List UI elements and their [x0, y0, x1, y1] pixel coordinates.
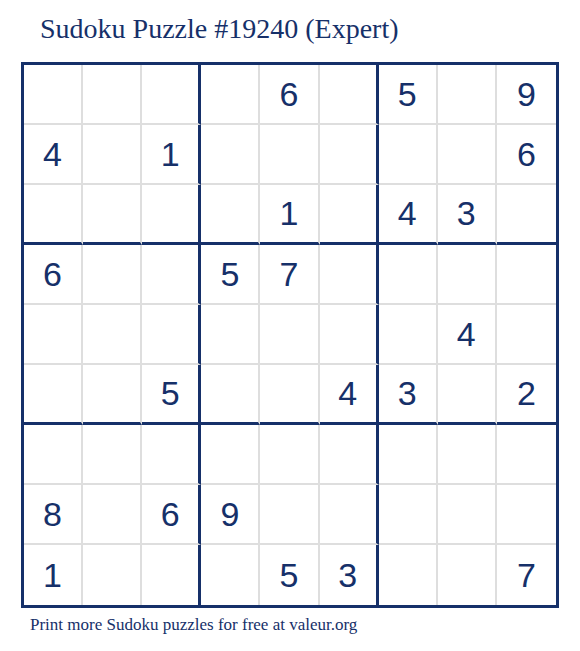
cell-r1c3 [142, 65, 201, 125]
cell-r9c1: 1 [24, 545, 83, 605]
cell-r7c3 [142, 425, 201, 485]
cell-r5c4 [201, 305, 260, 365]
cell-r4c4: 5 [201, 245, 260, 305]
cell-r1c7: 5 [379, 65, 438, 125]
sudoku-page: Sudoku Puzzle #19240 (Expert) 6594161436… [0, 0, 580, 651]
cell-r9c5: 5 [260, 545, 319, 605]
cell-r7c8 [438, 425, 497, 485]
cell-r5c1 [24, 305, 83, 365]
cell-r2c5 [260, 125, 319, 185]
cell-r1c6 [320, 65, 379, 125]
cell-r4c3 [142, 245, 201, 305]
cell-r8c7 [379, 485, 438, 545]
cell-r4c8 [438, 245, 497, 305]
cell-r2c9: 6 [497, 125, 556, 185]
cell-r5c3 [142, 305, 201, 365]
cell-r7c4 [201, 425, 260, 485]
cell-r5c5 [260, 305, 319, 365]
cell-r8c4: 9 [201, 485, 260, 545]
cell-r1c4 [201, 65, 260, 125]
cell-r6c5 [260, 365, 319, 425]
cell-r9c7 [379, 545, 438, 605]
cell-r6c7: 3 [379, 365, 438, 425]
cell-r5c7 [379, 305, 438, 365]
cell-r2c3: 1 [142, 125, 201, 185]
cell-r2c6 [320, 125, 379, 185]
cell-r9c9: 7 [497, 545, 556, 605]
cell-r9c4 [201, 545, 260, 605]
cell-r3c5: 1 [260, 185, 319, 245]
cell-r8c9 [497, 485, 556, 545]
cell-r9c3 [142, 545, 201, 605]
cell-r4c6 [320, 245, 379, 305]
cell-r5c9 [497, 305, 556, 365]
cell-r7c7 [379, 425, 438, 485]
cell-r2c2 [83, 125, 142, 185]
cell-r3c1 [24, 185, 83, 245]
cell-r6c2 [83, 365, 142, 425]
cell-r8c2 [83, 485, 142, 545]
cell-r6c3: 5 [142, 365, 201, 425]
cell-r9c6: 3 [320, 545, 379, 605]
cell-r8c1: 8 [24, 485, 83, 545]
cell-r3c2 [83, 185, 142, 245]
footer-text: Print more Sudoku puzzles for free at va… [30, 615, 357, 635]
cell-r3c8: 3 [438, 185, 497, 245]
cell-r2c7 [379, 125, 438, 185]
cell-r6c4 [201, 365, 260, 425]
cell-r1c5: 6 [260, 65, 319, 125]
cell-r7c1 [24, 425, 83, 485]
cell-r3c6 [320, 185, 379, 245]
cell-r4c9 [497, 245, 556, 305]
cell-r3c4 [201, 185, 260, 245]
cell-r8c8 [438, 485, 497, 545]
cell-r7c2 [83, 425, 142, 485]
cell-r1c2 [83, 65, 142, 125]
cell-r5c8: 4 [438, 305, 497, 365]
cell-r5c6 [320, 305, 379, 365]
cell-r7c6 [320, 425, 379, 485]
cell-r4c2 [83, 245, 142, 305]
cell-r8c6 [320, 485, 379, 545]
cell-r4c1: 6 [24, 245, 83, 305]
cell-r8c3: 6 [142, 485, 201, 545]
cell-r8c5 [260, 485, 319, 545]
cell-r6c1 [24, 365, 83, 425]
cell-r4c7 [379, 245, 438, 305]
cell-r7c9 [497, 425, 556, 485]
cell-r4c5: 7 [260, 245, 319, 305]
cell-r1c8 [438, 65, 497, 125]
cell-r2c8 [438, 125, 497, 185]
cell-r7c5 [260, 425, 319, 485]
cell-r3c9 [497, 185, 556, 245]
cell-r2c1: 4 [24, 125, 83, 185]
cell-r6c8 [438, 365, 497, 425]
cell-r6c9: 2 [497, 365, 556, 425]
cell-r3c3 [142, 185, 201, 245]
cell-r1c1 [24, 65, 83, 125]
sudoku-board: 659416143657454328691537 [21, 62, 559, 608]
cell-r9c2 [83, 545, 142, 605]
cell-r2c4 [201, 125, 260, 185]
cell-r1c9: 9 [497, 65, 556, 125]
cell-r9c8 [438, 545, 497, 605]
page-title: Sudoku Puzzle #19240 (Expert) [40, 13, 399, 45]
cell-r6c6: 4 [320, 365, 379, 425]
cell-r3c7: 4 [379, 185, 438, 245]
cell-r5c2 [83, 305, 142, 365]
